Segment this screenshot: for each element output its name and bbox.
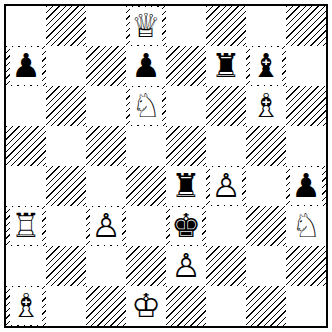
square-a3[interactable]: ♖ (6, 206, 46, 246)
square-f4[interactable]: ♙ (206, 166, 246, 206)
square-d3[interactable] (126, 206, 166, 246)
square-e1[interactable] (166, 286, 206, 326)
square-a6[interactable] (6, 86, 46, 126)
square-d7[interactable]: ♟ (126, 46, 166, 86)
piece-white-rook-a3: ♖ (10, 207, 42, 245)
square-c3[interactable]: ♙ (86, 206, 126, 246)
square-g6[interactable]: ♗ (246, 86, 286, 126)
piece-white-knight-h3: ♘ (290, 207, 322, 245)
square-g7[interactable]: ♝ (246, 46, 286, 86)
piece-black-bishop-g7: ♝ (250, 47, 282, 85)
square-d1[interactable]: ♔ (126, 286, 166, 326)
piece-black-pawn-d7: ♟ (130, 47, 162, 85)
square-a4[interactable] (6, 166, 46, 206)
piece-black-rook-e4: ♜ (170, 167, 202, 205)
square-f5[interactable] (206, 126, 246, 166)
piece-black-pawn-a7: ♟ (10, 47, 42, 85)
square-e4[interactable]: ♜ (166, 166, 206, 206)
square-b4[interactable] (46, 166, 86, 206)
square-f1[interactable] (206, 286, 246, 326)
square-e6[interactable] (166, 86, 206, 126)
square-a2[interactable] (6, 246, 46, 286)
piece-white-king-d1: ♔ (130, 287, 162, 325)
square-f7[interactable]: ♜ (206, 46, 246, 86)
piece-white-pawn-c3: ♙ (90, 207, 122, 245)
square-h5[interactable] (286, 126, 326, 166)
square-d2[interactable] (126, 246, 166, 286)
board-frame: ♕♟♟♜♝♘♗♜♙♟♖♙♚♘♙♗♔ (4, 4, 328, 328)
square-f3[interactable] (206, 206, 246, 246)
piece-white-bishop-g6: ♗ (250, 87, 282, 125)
square-g4[interactable] (246, 166, 286, 206)
piece-white-pawn-e2: ♙ (170, 247, 202, 285)
square-c1[interactable] (86, 286, 126, 326)
square-h3[interactable]: ♘ (286, 206, 326, 246)
square-g1[interactable] (246, 286, 286, 326)
square-b8[interactable] (46, 6, 86, 46)
square-e5[interactable] (166, 126, 206, 166)
chess-diagram-page: ♕♟♟♜♝♘♗♜♙♟♖♙♚♘♙♗♔ (0, 0, 332, 332)
square-h4[interactable]: ♟ (286, 166, 326, 206)
square-d4[interactable] (126, 166, 166, 206)
piece-black-pawn-h4: ♟ (290, 167, 322, 205)
square-g2[interactable] (246, 246, 286, 286)
piece-white-queen-d8: ♕ (130, 7, 162, 45)
square-e3[interactable]: ♚ (166, 206, 206, 246)
square-c4[interactable] (86, 166, 126, 206)
square-c6[interactable] (86, 86, 126, 126)
square-g5[interactable] (246, 126, 286, 166)
square-c5[interactable] (86, 126, 126, 166)
square-a7[interactable]: ♟ (6, 46, 46, 86)
piece-black-rook-f7: ♜ (210, 47, 242, 85)
square-f6[interactable] (206, 86, 246, 126)
square-c7[interactable] (86, 46, 126, 86)
square-h7[interactable] (286, 46, 326, 86)
square-d6[interactable]: ♘ (126, 86, 166, 126)
square-h8[interactable] (286, 6, 326, 46)
square-b5[interactable] (46, 126, 86, 166)
piece-white-pawn-f4: ♙ (210, 167, 242, 205)
square-h6[interactable] (286, 86, 326, 126)
square-d5[interactable] (126, 126, 166, 166)
square-b7[interactable] (46, 46, 86, 86)
square-a8[interactable] (6, 6, 46, 46)
square-f8[interactable] (206, 6, 246, 46)
square-b6[interactable] (46, 86, 86, 126)
piece-white-knight-d6: ♘ (130, 87, 162, 125)
square-a1[interactable]: ♗ (6, 286, 46, 326)
square-h1[interactable] (286, 286, 326, 326)
piece-white-bishop-a1: ♗ (10, 287, 42, 325)
square-b3[interactable] (46, 206, 86, 246)
square-b1[interactable] (46, 286, 86, 326)
square-f2[interactable] (206, 246, 246, 286)
square-h2[interactable] (286, 246, 326, 286)
piece-black-king-e3: ♚ (170, 207, 202, 245)
square-e2[interactable]: ♙ (166, 246, 206, 286)
square-g8[interactable] (246, 6, 286, 46)
square-c8[interactable] (86, 6, 126, 46)
square-a5[interactable] (6, 126, 46, 166)
square-e7[interactable] (166, 46, 206, 86)
square-e8[interactable] (166, 6, 206, 46)
square-d8[interactable]: ♕ (126, 6, 166, 46)
square-b2[interactable] (46, 246, 86, 286)
square-c2[interactable] (86, 246, 126, 286)
square-g3[interactable] (246, 206, 286, 246)
chess-board: ♕♟♟♜♝♘♗♜♙♟♖♙♚♘♙♗♔ (6, 6, 326, 326)
